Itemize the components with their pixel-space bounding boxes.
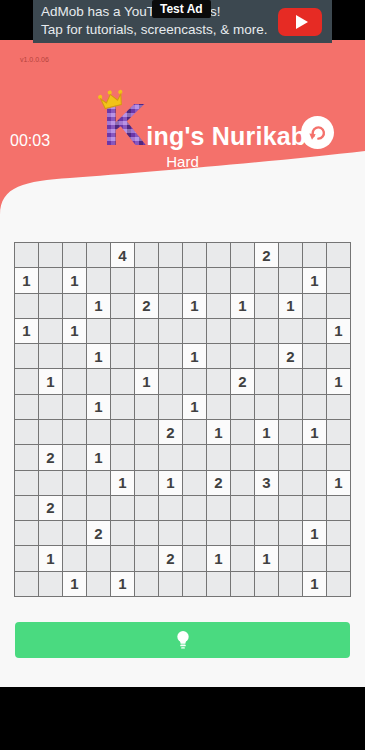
grid-cell-clue[interactable]: 1 (63, 268, 86, 292)
grid-cell[interactable] (255, 445, 278, 469)
grid-cell[interactable] (327, 496, 350, 520)
grid-cell[interactable] (303, 546, 326, 570)
grid-cell[interactable] (15, 344, 38, 368)
grid-cell[interactable] (327, 420, 350, 444)
grid-cell-clue[interactable]: 1 (15, 268, 38, 292)
grid-cell[interactable] (111, 344, 134, 368)
grid-cell[interactable] (87, 496, 110, 520)
grid-cell[interactable] (87, 268, 110, 292)
grid-cell[interactable] (327, 268, 350, 292)
game-timer: 00:03 (10, 132, 50, 150)
grid-cell[interactable] (279, 395, 302, 419)
grid-cell-clue[interactable]: 2 (231, 369, 254, 393)
grid-cell[interactable] (111, 319, 134, 343)
grid-cell[interactable] (303, 243, 326, 267)
grid-cell[interactable] (111, 496, 134, 520)
grid-cell-clue[interactable]: 1 (63, 319, 86, 343)
title-k-logo: K (103, 100, 146, 149)
grid-cell[interactable] (87, 243, 110, 267)
grid-cell[interactable] (39, 395, 62, 419)
grid-cell[interactable] (135, 268, 158, 292)
grid-cell-clue[interactable]: 2 (159, 420, 182, 444)
grid-cell[interactable] (255, 268, 278, 292)
grid-cell-clue[interactable]: 1 (87, 294, 110, 318)
grid-cell[interactable] (15, 420, 38, 444)
hint-button[interactable] (15, 622, 350, 658)
title-text: ing's Nurikabe (146, 122, 320, 151)
grid-cell[interactable] (279, 445, 302, 469)
grid-cell[interactable] (87, 471, 110, 495)
puzzle-grid: 4211112111111112112111211121112312211211… (14, 242, 351, 597)
grid-cell[interactable] (111, 445, 134, 469)
grid-cell-clue[interactable]: 2 (159, 546, 182, 570)
grid-cell[interactable] (87, 420, 110, 444)
grid-cell[interactable] (135, 344, 158, 368)
grid-cell[interactable] (231, 420, 254, 444)
grid-cell[interactable] (15, 445, 38, 469)
grid-cell-clue[interactable]: 1 (303, 268, 326, 292)
grid-cell[interactable] (63, 243, 86, 267)
grid-cell-clue[interactable]: 2 (39, 445, 62, 469)
grid-cell-clue[interactable]: 1 (183, 294, 206, 318)
grid-cell-clue[interactable]: 2 (135, 294, 158, 318)
grid-cell[interactable] (63, 294, 86, 318)
grid-cell[interactable] (15, 546, 38, 570)
grid-cell[interactable] (39, 294, 62, 318)
grid-cell[interactable] (231, 319, 254, 343)
grid-cell[interactable] (255, 395, 278, 419)
grid-cell-clue[interactable]: 1 (207, 546, 230, 570)
grid-cell[interactable] (15, 521, 38, 545)
grid-cell[interactable] (15, 294, 38, 318)
grid-cell-clue[interactable]: 2 (279, 344, 302, 368)
grid-cell[interactable] (135, 243, 158, 267)
grid-cell[interactable] (231, 395, 254, 419)
grid-cell[interactable] (303, 344, 326, 368)
grid-cell[interactable] (327, 344, 350, 368)
grid-cell[interactable] (39, 572, 62, 596)
grid-cell-clue[interactable]: 1 (303, 420, 326, 444)
grid-cell[interactable] (207, 521, 230, 545)
grid-cell-clue[interactable]: 2 (255, 243, 278, 267)
grid-cell[interactable] (207, 268, 230, 292)
grid-cell[interactable] (303, 395, 326, 419)
test-ad-badge: Test Ad (152, 0, 211, 18)
grid-cell[interactable] (207, 496, 230, 520)
grid-cell[interactable] (135, 319, 158, 343)
grid-cell[interactable] (63, 546, 86, 570)
grid-cell[interactable] (207, 294, 230, 318)
grid-cell[interactable] (111, 395, 134, 419)
grid-cell[interactable] (159, 268, 182, 292)
grid-cell[interactable] (231, 572, 254, 596)
grid-cell[interactable] (255, 572, 278, 596)
grid-cell[interactable] (303, 369, 326, 393)
grid-cell[interactable] (15, 572, 38, 596)
grid-cell[interactable] (15, 395, 38, 419)
grid-cell[interactable] (231, 243, 254, 267)
grid-cell-clue[interactable]: 1 (255, 420, 278, 444)
grid-cell[interactable] (207, 445, 230, 469)
grid-cell[interactable] (279, 572, 302, 596)
grid-cell[interactable] (303, 471, 326, 495)
grid-cell-clue[interactable]: 1 (183, 344, 206, 368)
grid-cell[interactable] (279, 471, 302, 495)
grid-cell-clue[interactable]: 2 (87, 521, 110, 545)
grid-cell[interactable] (303, 294, 326, 318)
grid-cell-clue[interactable]: 3 (255, 471, 278, 495)
grid-cell-clue[interactable]: 1 (111, 572, 134, 596)
grid-cell[interactable] (111, 521, 134, 545)
lightbulb-icon (172, 629, 194, 651)
grid-cell-clue[interactable]: 1 (87, 395, 110, 419)
navigation-bar (0, 687, 365, 750)
undo-icon (306, 121, 330, 145)
grid-cell[interactable] (231, 344, 254, 368)
grid-cell[interactable] (159, 445, 182, 469)
grid-cell-clue[interactable]: 1 (303, 572, 326, 596)
grid-cell[interactable] (231, 471, 254, 495)
grid-cell[interactable] (207, 395, 230, 419)
version-label: v1.0.0.06 (20, 56, 49, 63)
grid-cell[interactable] (255, 521, 278, 545)
app-title: K ing's Nurikabe (103, 100, 320, 151)
grid-cell-clue[interactable]: 1 (135, 369, 158, 393)
grid-cell[interactable] (231, 546, 254, 570)
ad-subline: Tap for tutorials, screencasts, & more. (41, 21, 291, 39)
grid-cell[interactable] (39, 471, 62, 495)
grid-cell[interactable] (327, 294, 350, 318)
grid-cell[interactable] (63, 395, 86, 419)
grid-cell[interactable] (15, 369, 38, 393)
grid-cell-clue[interactable]: 1 (63, 572, 86, 596)
grid-cell[interactable] (63, 344, 86, 368)
grid-cell[interactable] (39, 420, 62, 444)
grid-cell[interactable] (183, 546, 206, 570)
grid-cell-clue[interactable]: 4 (111, 243, 134, 267)
grid-cell[interactable] (279, 369, 302, 393)
grid-cell[interactable] (135, 496, 158, 520)
play-triangle-icon (296, 15, 308, 29)
grid-cell[interactable] (87, 319, 110, 343)
grid-cell[interactable] (231, 521, 254, 545)
grid-cell[interactable] (63, 420, 86, 444)
grid-cell[interactable] (183, 521, 206, 545)
grid-cell[interactable] (15, 496, 38, 520)
grid-cell[interactable] (39, 319, 62, 343)
grid-cell[interactable] (39, 521, 62, 545)
grid-cell[interactable] (183, 243, 206, 267)
undo-button[interactable] (301, 116, 334, 149)
grid-cell[interactable] (63, 445, 86, 469)
grid-cell[interactable] (183, 445, 206, 469)
grid-cell[interactable] (111, 268, 134, 292)
grid-cell-clue[interactable]: 1 (111, 471, 134, 495)
grid-cell[interactable] (135, 420, 158, 444)
grid-cell[interactable] (207, 243, 230, 267)
grid-cell[interactable] (231, 445, 254, 469)
grid-cell-clue[interactable]: 1 (15, 319, 38, 343)
grid-cell[interactable] (111, 294, 134, 318)
grid-cell[interactable] (111, 420, 134, 444)
grid-cell[interactable] (87, 369, 110, 393)
grid-cell[interactable] (159, 319, 182, 343)
grid-cell-clue[interactable]: 1 (39, 369, 62, 393)
grid-cell[interactable] (303, 445, 326, 469)
grid-cell[interactable] (135, 546, 158, 570)
grid-cell-clue[interactable]: 1 (183, 395, 206, 419)
grid-cell[interactable] (87, 572, 110, 596)
grid-cell[interactable] (183, 572, 206, 596)
grid-cell-clue[interactable]: 1 (327, 369, 350, 393)
grid-cell[interactable] (135, 572, 158, 596)
grid-cell[interactable] (279, 521, 302, 545)
grid-cell[interactable] (327, 572, 350, 596)
grid-cell[interactable] (207, 319, 230, 343)
grid-cell-clue[interactable]: 1 (303, 521, 326, 545)
app-screen: AdMob has a YouTube series! Tap for tuto… (0, 0, 365, 750)
grid-cell[interactable] (183, 369, 206, 393)
grid-cell[interactable] (183, 496, 206, 520)
grid-cell[interactable] (159, 294, 182, 318)
grid-cell[interactable] (207, 572, 230, 596)
grid-cell[interactable] (279, 243, 302, 267)
grid-cell[interactable] (135, 395, 158, 419)
grid-cell[interactable] (135, 445, 158, 469)
grid-cell-clue[interactable]: 1 (207, 420, 230, 444)
grid-cell-clue[interactable]: 1 (159, 471, 182, 495)
grid-cell[interactable] (303, 319, 326, 343)
youtube-play-icon[interactable] (278, 8, 322, 36)
grid-cell-clue[interactable]: 1 (327, 319, 350, 343)
grid-cell[interactable] (327, 445, 350, 469)
grid-cell[interactable] (327, 395, 350, 419)
grid-cell[interactable] (159, 572, 182, 596)
grid-cell[interactable] (279, 420, 302, 444)
grid-cell[interactable] (231, 268, 254, 292)
grid-cell[interactable] (159, 395, 182, 419)
grid-cell[interactable] (39, 268, 62, 292)
grid-cell[interactable] (327, 521, 350, 545)
grid-cell[interactable] (15, 471, 38, 495)
grid-cell[interactable] (135, 521, 158, 545)
grid-cell-clue[interactable]: 1 (255, 546, 278, 570)
grid-cell[interactable] (159, 243, 182, 267)
grid-cell-clue[interactable]: 1 (39, 546, 62, 570)
grid-cell-clue[interactable]: 1 (327, 471, 350, 495)
grid-cell[interactable] (63, 471, 86, 495)
grid-cell[interactable] (111, 546, 134, 570)
grid-cell[interactable] (255, 319, 278, 343)
grid-cell[interactable] (183, 420, 206, 444)
grid-cell[interactable] (87, 546, 110, 570)
difficulty-label: Hard (0, 153, 365, 170)
grid-cell[interactable] (39, 344, 62, 368)
grid-cell-clue[interactable]: 1 (87, 344, 110, 368)
grid-cell[interactable] (255, 496, 278, 520)
grid-cell[interactable] (303, 496, 326, 520)
grid-cell[interactable] (279, 319, 302, 343)
grid-cell[interactable] (135, 471, 158, 495)
grid-cell[interactable] (207, 369, 230, 393)
grid-cell[interactable] (327, 546, 350, 570)
grid-cell[interactable] (255, 344, 278, 368)
grid-cell-clue[interactable]: 1 (279, 294, 302, 318)
grid-cell[interactable] (183, 268, 206, 292)
grid-cell[interactable] (279, 496, 302, 520)
grid-cell[interactable] (159, 521, 182, 545)
grid-cell[interactable] (327, 243, 350, 267)
grid-cell-clue[interactable]: 2 (207, 471, 230, 495)
grid-cell[interactable] (207, 344, 230, 368)
grid-cell[interactable] (63, 521, 86, 545)
grid-cell[interactable] (279, 546, 302, 570)
grid-cell[interactable] (159, 344, 182, 368)
grid-cell[interactable] (63, 496, 86, 520)
grid-cell[interactable] (183, 471, 206, 495)
grid-cell[interactable] (159, 369, 182, 393)
grid-cell[interactable] (279, 268, 302, 292)
grid-cell[interactable] (255, 294, 278, 318)
grid-cell[interactable] (63, 369, 86, 393)
grid-cell-clue[interactable]: 1 (87, 445, 110, 469)
grid-cell[interactable] (183, 319, 206, 343)
grid-cell-clue[interactable]: 1 (231, 294, 254, 318)
grid-cell-clue[interactable]: 2 (39, 496, 62, 520)
grid-cell[interactable] (15, 243, 38, 267)
grid-cell[interactable] (255, 369, 278, 393)
grid-cell[interactable] (111, 369, 134, 393)
grid-cell[interactable] (231, 496, 254, 520)
grid-cell[interactable] (39, 243, 62, 267)
grid-cell[interactable] (159, 496, 182, 520)
